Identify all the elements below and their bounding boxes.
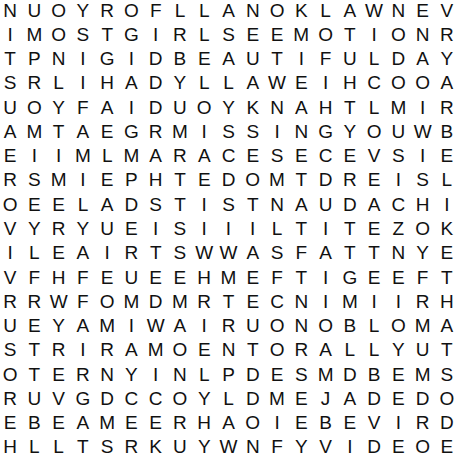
cell-r9c10[interactable]: S — [216, 192, 240, 216]
cell-r18c1[interactable]: E — [0, 410, 22, 434]
cell-r8c11[interactable]: O — [241, 168, 265, 192]
cell-r1c5[interactable]: R — [95, 0, 119, 22]
cell-r1c6[interactable]: O — [119, 0, 143, 22]
cell-r7c10[interactable]: C — [216, 144, 240, 168]
cell-r11c19[interactable]: E — [435, 241, 459, 265]
cell-r3c13[interactable]: I — [289, 47, 313, 71]
cell-r16c2[interactable]: T — [22, 362, 46, 386]
cell-r14c19[interactable]: A — [435, 313, 459, 337]
cell-r10c5[interactable]: U — [95, 216, 119, 240]
cell-r15c14[interactable]: A — [313, 338, 337, 362]
cell-r5c6[interactable]: I — [119, 95, 143, 119]
cell-r8c5[interactable]: E — [95, 168, 119, 192]
cell-r2c14[interactable]: O — [313, 22, 337, 46]
cell-r4c14[interactable]: I — [313, 71, 337, 95]
cell-r3c2[interactable]: P — [22, 47, 46, 71]
cell-r8c16[interactable]: E — [362, 168, 386, 192]
cell-r12c9[interactable]: H — [192, 265, 216, 289]
cell-r16c12[interactable]: E — [265, 362, 289, 386]
cell-r10c14[interactable]: I — [313, 216, 337, 240]
cell-r6c12[interactable]: I — [265, 119, 289, 143]
cell-r10c16[interactable]: E — [362, 216, 386, 240]
cell-r5c1[interactable]: U — [0, 95, 22, 119]
cell-r14c9[interactable]: I — [192, 313, 216, 337]
cell-r15c11[interactable]: T — [241, 338, 265, 362]
cell-r7c12[interactable]: S — [265, 144, 289, 168]
cell-r17c16[interactable]: D — [362, 386, 386, 410]
cell-r9c14[interactable]: U — [313, 192, 337, 216]
cell-r10c1[interactable]: V — [0, 216, 22, 240]
cell-r12c10[interactable]: M — [216, 265, 240, 289]
cell-r8c14[interactable]: D — [313, 168, 337, 192]
cell-r8c3[interactable]: M — [47, 168, 71, 192]
cell-r13c12[interactable]: C — [265, 289, 289, 313]
cell-r1c13[interactable]: K — [289, 0, 313, 22]
cell-r10c10[interactable]: I — [216, 216, 240, 240]
cell-r13c8[interactable]: M — [168, 289, 192, 313]
cell-r5c9[interactable]: O — [192, 95, 216, 119]
cell-r3c10[interactable]: A — [216, 47, 240, 71]
cell-r19c5[interactable]: S — [95, 435, 119, 459]
cell-r1c8[interactable]: L — [168, 0, 192, 22]
cell-r11c8[interactable]: S — [168, 241, 192, 265]
cell-r6c19[interactable]: B — [435, 119, 459, 143]
cell-r17c3[interactable]: V — [47, 386, 71, 410]
cell-r10c9[interactable]: I — [192, 216, 216, 240]
cell-r16c16[interactable]: B — [362, 362, 386, 386]
cell-r19c2[interactable]: L — [22, 435, 46, 459]
cell-r19c1[interactable]: H — [0, 435, 22, 459]
cell-r9c7[interactable]: S — [144, 192, 168, 216]
cell-r1c9[interactable]: L — [192, 0, 216, 22]
cell-r5c2[interactable]: O — [22, 95, 46, 119]
cell-r12c1[interactable]: V — [0, 265, 22, 289]
cell-r10c4[interactable]: Y — [71, 216, 95, 240]
cell-r19c15[interactable]: I — [338, 435, 362, 459]
cell-r10c12[interactable]: L — [265, 216, 289, 240]
cell-r10c6[interactable]: E — [119, 216, 143, 240]
cell-r18c5[interactable]: M — [95, 410, 119, 434]
cell-r19c16[interactable]: D — [362, 435, 386, 459]
cell-r8c2[interactable]: S — [22, 168, 46, 192]
cell-r1c11[interactable]: N — [241, 0, 265, 22]
cell-r19c11[interactable]: N — [241, 435, 265, 459]
cell-r13c15[interactable]: M — [338, 289, 362, 313]
cell-r13c2[interactable]: R — [22, 289, 46, 313]
cell-r7c6[interactable]: M — [119, 144, 143, 168]
cell-r17c8[interactable]: O — [168, 386, 192, 410]
cell-r7c3[interactable]: I — [47, 144, 71, 168]
cell-r13c10[interactable]: T — [216, 289, 240, 313]
cell-r17c1[interactable]: R — [0, 386, 22, 410]
cell-r5c16[interactable]: L — [362, 95, 386, 119]
cell-r14c16[interactable]: L — [362, 313, 386, 337]
cell-r14c7[interactable]: W — [144, 313, 168, 337]
cell-r6c2[interactable]: M — [22, 119, 46, 143]
cell-r9c5[interactable]: A — [95, 192, 119, 216]
cell-r2c12[interactable]: E — [265, 22, 289, 46]
cell-r16c5[interactable]: N — [95, 362, 119, 386]
cell-r5c18[interactable]: I — [410, 95, 434, 119]
cell-r7c19[interactable]: E — [435, 144, 459, 168]
cell-r19c4[interactable]: T — [71, 435, 95, 459]
cell-r17c19[interactable]: O — [435, 386, 459, 410]
cell-r7c5[interactable]: L — [95, 144, 119, 168]
cell-r14c10[interactable]: R — [216, 313, 240, 337]
cell-r9c3[interactable]: E — [47, 192, 71, 216]
cell-r4c4[interactable]: I — [71, 71, 95, 95]
cell-r2c8[interactable]: R — [168, 22, 192, 46]
cell-r2c15[interactable]: T — [338, 22, 362, 46]
cell-r7c4[interactable]: M — [71, 144, 95, 168]
cell-r12c4[interactable]: F — [71, 265, 95, 289]
cell-r19c6[interactable]: R — [119, 435, 143, 459]
cell-r17c6[interactable]: C — [119, 386, 143, 410]
cell-r13c6[interactable]: M — [119, 289, 143, 313]
cell-r5c7[interactable]: D — [144, 95, 168, 119]
cell-r14c15[interactable]: B — [338, 313, 362, 337]
cell-r2c11[interactable]: E — [241, 22, 265, 46]
cell-r6c10[interactable]: S — [216, 119, 240, 143]
cell-r18c11[interactable]: O — [241, 410, 265, 434]
cell-r12c11[interactable]: E — [241, 265, 265, 289]
cell-r15c19[interactable]: T — [435, 338, 459, 362]
cell-r13c14[interactable]: I — [313, 289, 337, 313]
cell-r4c17[interactable]: O — [386, 71, 410, 95]
cell-r5c10[interactable]: Y — [216, 95, 240, 119]
cell-r3c3[interactable]: N — [47, 47, 71, 71]
cell-r8c8[interactable]: T — [168, 168, 192, 192]
cell-r14c8[interactable]: A — [168, 313, 192, 337]
cell-r9c11[interactable]: T — [241, 192, 265, 216]
cell-r18c3[interactable]: E — [47, 410, 71, 434]
cell-r11c9[interactable]: W — [192, 241, 216, 265]
cell-r12c7[interactable]: E — [144, 265, 168, 289]
cell-r17c4[interactable]: G — [71, 386, 95, 410]
cell-r10c19[interactable]: K — [435, 216, 459, 240]
cell-r17c7[interactable]: C — [144, 386, 168, 410]
cell-r15c6[interactable]: A — [119, 338, 143, 362]
cell-r6c8[interactable]: M — [168, 119, 192, 143]
cell-r9c12[interactable]: N — [265, 192, 289, 216]
cell-r8c17[interactable]: I — [386, 168, 410, 192]
cell-r15c17[interactable]: Y — [386, 338, 410, 362]
cell-r2c19[interactable]: R — [435, 22, 459, 46]
cell-r7c17[interactable]: S — [386, 144, 410, 168]
cell-r14c17[interactable]: O — [386, 313, 410, 337]
cell-r6c16[interactable]: O — [362, 119, 386, 143]
cell-r16c14[interactable]: M — [313, 362, 337, 386]
cell-r16c7[interactable]: I — [144, 362, 168, 386]
cell-r7c13[interactable]: E — [289, 144, 313, 168]
cell-r2c18[interactable]: N — [410, 22, 434, 46]
cell-r4c10[interactable]: L — [216, 71, 240, 95]
cell-r1c16[interactable]: W — [362, 0, 386, 22]
cell-r16c4[interactable]: R — [71, 362, 95, 386]
cell-r16c11[interactable]: D — [241, 362, 265, 386]
cell-r1c1[interactable]: N — [0, 0, 22, 22]
cell-r5c13[interactable]: A — [289, 95, 313, 119]
cell-r12c17[interactable]: E — [386, 265, 410, 289]
cell-r15c3[interactable]: R — [47, 338, 71, 362]
cell-r9c17[interactable]: C — [386, 192, 410, 216]
cell-r14c11[interactable]: U — [241, 313, 265, 337]
cell-r10c3[interactable]: R — [47, 216, 71, 240]
cell-r2c4[interactable]: S — [71, 22, 95, 46]
cell-r11c16[interactable]: T — [362, 241, 386, 265]
cell-r2c2[interactable]: M — [22, 22, 46, 46]
cell-r11c15[interactable]: T — [338, 241, 362, 265]
cell-r4c15[interactable]: H — [338, 71, 362, 95]
cell-r12c13[interactable]: T — [289, 265, 313, 289]
cell-r9c13[interactable]: A — [289, 192, 313, 216]
cell-r9c4[interactable]: L — [71, 192, 95, 216]
cell-r10c17[interactable]: Z — [386, 216, 410, 240]
cell-r11c14[interactable]: A — [313, 241, 337, 265]
cell-r3c8[interactable]: B — [168, 47, 192, 71]
cell-r19c3[interactable]: L — [47, 435, 71, 459]
cell-r17c18[interactable]: D — [410, 386, 434, 410]
cell-r16c1[interactable]: O — [0, 362, 22, 386]
cell-r2c17[interactable]: O — [386, 22, 410, 46]
cell-r10c7[interactable]: I — [144, 216, 168, 240]
cell-r16c19[interactable]: S — [435, 362, 459, 386]
cell-r4c2[interactable]: R — [22, 71, 46, 95]
cell-r14c13[interactable]: N — [289, 313, 313, 337]
cell-r11c2[interactable]: L — [22, 241, 46, 265]
cell-r11c6[interactable]: R — [119, 241, 143, 265]
cell-r12c6[interactable]: U — [119, 265, 143, 289]
cell-r19c10[interactable]: W — [216, 435, 240, 459]
cell-r6c1[interactable]: A — [0, 119, 22, 143]
cell-r1c10[interactable]: A — [216, 0, 240, 22]
cell-r4c1[interactable]: S — [0, 71, 22, 95]
cell-r17c2[interactable]: U — [22, 386, 46, 410]
cell-r6c4[interactable]: A — [71, 119, 95, 143]
cell-r18c13[interactable]: E — [289, 410, 313, 434]
cell-r17c5[interactable]: D — [95, 386, 119, 410]
cell-r13c7[interactable]: D — [144, 289, 168, 313]
cell-r1c15[interactable]: A — [338, 0, 362, 22]
cell-r19c19[interactable]: E — [435, 435, 459, 459]
cell-r6c17[interactable]: U — [386, 119, 410, 143]
cell-r12c16[interactable]: E — [362, 265, 386, 289]
cell-r1c7[interactable]: F — [144, 0, 168, 22]
cell-r6c9[interactable]: I — [192, 119, 216, 143]
cell-r12c5[interactable]: E — [95, 265, 119, 289]
cell-r19c12[interactable]: F — [265, 435, 289, 459]
cell-r18c8[interactable]: R — [168, 410, 192, 434]
cell-r6c13[interactable]: N — [289, 119, 313, 143]
cell-r3c15[interactable]: U — [338, 47, 362, 71]
cell-r3c6[interactable]: I — [119, 47, 143, 71]
cell-r3c7[interactable]: D — [144, 47, 168, 71]
cell-r4c16[interactable]: C — [362, 71, 386, 95]
cell-r10c11[interactable]: I — [241, 216, 265, 240]
cell-r7c2[interactable]: I — [22, 144, 46, 168]
cell-r15c16[interactable]: L — [362, 338, 386, 362]
cell-r12c14[interactable]: I — [313, 265, 337, 289]
cell-r2c5[interactable]: T — [95, 22, 119, 46]
cell-r14c5[interactable]: M — [95, 313, 119, 337]
cell-r8c6[interactable]: P — [119, 168, 143, 192]
cell-r9c16[interactable]: A — [362, 192, 386, 216]
cell-r5c4[interactable]: F — [71, 95, 95, 119]
cell-r18c17[interactable]: I — [386, 410, 410, 434]
cell-r13c17[interactable]: I — [386, 289, 410, 313]
cell-r18c7[interactable]: E — [144, 410, 168, 434]
cell-r12c8[interactable]: E — [168, 265, 192, 289]
cell-r15c8[interactable]: O — [168, 338, 192, 362]
cell-r8c7[interactable]: H — [144, 168, 168, 192]
cell-r12c2[interactable]: F — [22, 265, 46, 289]
cell-r6c15[interactable]: Y — [338, 119, 362, 143]
cell-r17c9[interactable]: Y — [192, 386, 216, 410]
cell-r13c11[interactable]: E — [241, 289, 265, 313]
cell-r8c12[interactable]: M — [265, 168, 289, 192]
cell-r8c18[interactable]: S — [410, 168, 434, 192]
cell-r5c19[interactable]: R — [435, 95, 459, 119]
cell-r1c2[interactable]: U — [22, 0, 46, 22]
cell-r1c3[interactable]: O — [47, 0, 71, 22]
cell-r9c9[interactable]: I — [192, 192, 216, 216]
cell-r3c4[interactable]: I — [71, 47, 95, 71]
cell-r8c10[interactable]: D — [216, 168, 240, 192]
cell-r13c5[interactable]: O — [95, 289, 119, 313]
cell-r9c2[interactable]: E — [22, 192, 46, 216]
cell-r2c13[interactable]: M — [289, 22, 313, 46]
cell-r3c17[interactable]: D — [386, 47, 410, 71]
cell-r12c18[interactable]: F — [410, 265, 434, 289]
cell-r4c19[interactable]: A — [435, 71, 459, 95]
cell-r11c1[interactable]: I — [0, 241, 22, 265]
cell-r4c11[interactable]: A — [241, 71, 265, 95]
cell-r11c3[interactable]: E — [47, 241, 71, 265]
cell-r13c9[interactable]: R — [192, 289, 216, 313]
cell-r4c6[interactable]: A — [119, 71, 143, 95]
cell-r14c6[interactable]: I — [119, 313, 143, 337]
cell-r5c3[interactable]: Y — [47, 95, 71, 119]
cell-r17c10[interactable]: L — [216, 386, 240, 410]
cell-r7c14[interactable]: C — [313, 144, 337, 168]
cell-r14c14[interactable]: O — [313, 313, 337, 337]
cell-r2c16[interactable]: I — [362, 22, 386, 46]
cell-r16c6[interactable]: Y — [119, 362, 143, 386]
cell-r19c17[interactable]: E — [386, 435, 410, 459]
cell-r13c16[interactable]: I — [362, 289, 386, 313]
cell-r17c14[interactable]: J — [313, 386, 337, 410]
cell-r16c13[interactable]: S — [289, 362, 313, 386]
cell-r11c4[interactable]: A — [71, 241, 95, 265]
cell-r14c4[interactable]: A — [71, 313, 95, 337]
cell-r19c8[interactable]: U — [168, 435, 192, 459]
cell-r11c10[interactable]: W — [216, 241, 240, 265]
cell-r14c3[interactable]: Y — [47, 313, 71, 337]
cell-r2c1[interactable]: I — [0, 22, 22, 46]
cell-r9c15[interactable]: D — [338, 192, 362, 216]
cell-r15c10[interactable]: N — [216, 338, 240, 362]
cell-r7c7[interactable]: A — [144, 144, 168, 168]
cell-r18c16[interactable]: V — [362, 410, 386, 434]
cell-r7c18[interactable]: I — [410, 144, 434, 168]
cell-r15c13[interactable]: R — [289, 338, 313, 362]
cell-r2c3[interactable]: O — [47, 22, 71, 46]
cell-r2c7[interactable]: I — [144, 22, 168, 46]
cell-r11c13[interactable]: F — [289, 241, 313, 265]
cell-r2c9[interactable]: L — [192, 22, 216, 46]
cell-r13c1[interactable]: R — [0, 289, 22, 313]
cell-r11c5[interactable]: I — [95, 241, 119, 265]
cell-r15c18[interactable]: U — [410, 338, 434, 362]
cell-r18c6[interactable]: E — [119, 410, 143, 434]
cell-r4c3[interactable]: L — [47, 71, 71, 95]
cell-r10c2[interactable]: Y — [22, 216, 46, 240]
cell-r6c5[interactable]: E — [95, 119, 119, 143]
cell-r15c2[interactable]: T — [22, 338, 46, 362]
cell-r13c19[interactable]: H — [435, 289, 459, 313]
cell-r14c12[interactable]: O — [265, 313, 289, 337]
cell-r7c1[interactable]: E — [0, 144, 22, 168]
cell-r1c12[interactable]: O — [265, 0, 289, 22]
cell-r1c18[interactable]: E — [410, 0, 434, 22]
cell-r16c8[interactable]: N — [168, 362, 192, 386]
cell-r4c9[interactable]: L — [192, 71, 216, 95]
cell-r15c15[interactable]: L — [338, 338, 362, 362]
cell-r17c13[interactable]: E — [289, 386, 313, 410]
cell-r1c17[interactable]: N — [386, 0, 410, 22]
cell-r4c12[interactable]: W — [265, 71, 289, 95]
cell-r11c7[interactable]: T — [144, 241, 168, 265]
cell-r18c15[interactable]: E — [338, 410, 362, 434]
cell-r17c15[interactable]: A — [338, 386, 362, 410]
cell-r4c7[interactable]: D — [144, 71, 168, 95]
cell-r18c19[interactable]: D — [435, 410, 459, 434]
cell-r19c13[interactable]: Y — [289, 435, 313, 459]
cell-r5c12[interactable]: N — [265, 95, 289, 119]
cell-r1c14[interactable]: L — [313, 0, 337, 22]
cell-r10c13[interactable]: T — [289, 216, 313, 240]
cell-r9c1[interactable]: O — [0, 192, 22, 216]
cell-r7c16[interactable]: V — [362, 144, 386, 168]
cell-r15c12[interactable]: O — [265, 338, 289, 362]
cell-r15c4[interactable]: I — [71, 338, 95, 362]
cell-r8c13[interactable]: T — [289, 168, 313, 192]
cell-r12c19[interactable]: T — [435, 265, 459, 289]
cell-r5c15[interactable]: T — [338, 95, 362, 119]
cell-r2c10[interactable]: S — [216, 22, 240, 46]
cell-r6c11[interactable]: S — [241, 119, 265, 143]
cell-r12c12[interactable]: F — [265, 265, 289, 289]
cell-r6c7[interactable]: R — [144, 119, 168, 143]
cell-r11c12[interactable]: S — [265, 241, 289, 265]
cell-r19c18[interactable]: O — [410, 435, 434, 459]
cell-r7c9[interactable]: A — [192, 144, 216, 168]
cell-r3c1[interactable]: T — [0, 47, 22, 71]
cell-r7c11[interactable]: E — [241, 144, 265, 168]
cell-r4c8[interactable]: Y — [168, 71, 192, 95]
cell-r8c9[interactable]: E — [192, 168, 216, 192]
cell-r18c4[interactable]: A — [71, 410, 95, 434]
cell-r4c18[interactable]: O — [410, 71, 434, 95]
cell-r13c18[interactable]: R — [410, 289, 434, 313]
cell-r6c6[interactable]: G — [119, 119, 143, 143]
cell-r6c18[interactable]: W — [410, 119, 434, 143]
cell-r9c8[interactable]: T — [168, 192, 192, 216]
cell-r1c4[interactable]: Y — [71, 0, 95, 22]
cell-r16c15[interactable]: D — [338, 362, 362, 386]
cell-r18c9[interactable]: H — [192, 410, 216, 434]
cell-r17c12[interactable]: M — [265, 386, 289, 410]
